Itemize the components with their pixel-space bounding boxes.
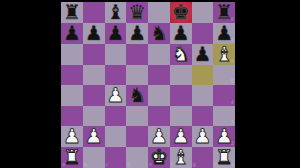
square-e2[interactable]: ♟ bbox=[148, 126, 170, 147]
rank-label-5: 5 bbox=[231, 79, 234, 84]
piece-black-pawn[interactable]: ♟ bbox=[172, 23, 190, 44]
piece-black-king[interactable]: ♚ bbox=[172, 2, 190, 23]
piece-white-pawn[interactable]: ♟ bbox=[85, 126, 103, 147]
square-d7[interactable]: ♟ bbox=[126, 23, 148, 44]
square-h4[interactable]: 4 bbox=[213, 85, 235, 106]
square-g7[interactable] bbox=[192, 23, 214, 44]
piece-white-bishop[interactable]: ♝ bbox=[172, 147, 190, 168]
square-h5[interactable]: 5 bbox=[213, 65, 235, 85]
piece-black-rook[interactable]: ♜ bbox=[215, 2, 233, 23]
square-d4[interactable]: ♞ bbox=[126, 85, 148, 106]
square-c5[interactable] bbox=[105, 65, 127, 85]
piece-black-knight[interactable]: ♞ bbox=[128, 85, 146, 106]
piece-white-king[interactable]: ♚ bbox=[150, 147, 168, 168]
square-c7[interactable]: ♟ bbox=[105, 23, 127, 44]
square-a5[interactable] bbox=[61, 65, 83, 85]
square-d3[interactable] bbox=[126, 106, 148, 126]
piece-black-pawn[interactable]: ♟ bbox=[85, 23, 103, 44]
file-label-d: d bbox=[127, 162, 130, 167]
square-e7[interactable]: ♞ bbox=[148, 23, 170, 44]
square-h8[interactable]: ♜8 bbox=[213, 2, 235, 23]
piece-white-pawn[interactable]: ♟ bbox=[63, 126, 81, 147]
piece-black-pawn[interactable]: ♟ bbox=[63, 23, 81, 44]
square-a1[interactable]: ♜a bbox=[61, 147, 83, 168]
square-d8[interactable]: ♛ bbox=[126, 2, 148, 23]
square-c8[interactable]: ♝ bbox=[105, 2, 127, 23]
square-f2[interactable]: ♟ bbox=[170, 126, 192, 147]
square-a6[interactable] bbox=[61, 44, 83, 65]
rank-label-4: 4 bbox=[231, 100, 234, 105]
square-c2[interactable] bbox=[105, 126, 127, 147]
video-letterbox-stage: ♜♝♛♚♜8♟♟♟♟♞♟♟7♞♟♝65♟♞43♟♟♟♟♟♟2♜abcd♚e♝fg… bbox=[0, 0, 300, 168]
square-a7[interactable]: ♟ bbox=[61, 23, 83, 44]
square-g1[interactable]: g bbox=[192, 147, 214, 168]
square-c6[interactable] bbox=[105, 44, 127, 65]
piece-white-rook[interactable]: ♜ bbox=[215, 147, 233, 168]
square-a4[interactable] bbox=[61, 85, 83, 106]
square-f3[interactable] bbox=[170, 106, 192, 126]
square-e8[interactable] bbox=[148, 2, 170, 23]
square-e6[interactable] bbox=[148, 44, 170, 65]
square-f5[interactable] bbox=[170, 65, 192, 85]
file-label-c: c bbox=[106, 162, 109, 167]
piece-white-pawn[interactable]: ♟ bbox=[150, 126, 168, 147]
piece-black-pawn[interactable]: ♟ bbox=[128, 23, 146, 44]
file-label-b: b bbox=[84, 162, 87, 167]
square-f8[interactable]: ♚ bbox=[170, 2, 192, 23]
file-label-g: g bbox=[193, 162, 196, 167]
square-g8[interactable] bbox=[192, 2, 214, 23]
piece-black-pawn[interactable]: ♟ bbox=[106, 23, 124, 44]
square-b8[interactable] bbox=[83, 2, 105, 23]
square-f4[interactable] bbox=[170, 85, 192, 106]
square-e4[interactable] bbox=[148, 85, 170, 106]
square-b1[interactable]: b bbox=[83, 147, 105, 168]
square-b5[interactable] bbox=[83, 65, 105, 85]
square-b2[interactable]: ♟ bbox=[83, 126, 105, 147]
square-g5[interactable] bbox=[192, 65, 214, 85]
piece-white-pawn[interactable]: ♟ bbox=[193, 126, 211, 147]
square-h7[interactable]: ♟7 bbox=[213, 23, 235, 44]
square-b3[interactable] bbox=[83, 106, 105, 126]
square-g2[interactable]: ♟ bbox=[192, 126, 214, 147]
square-b4[interactable] bbox=[83, 85, 105, 106]
square-g4[interactable] bbox=[192, 85, 214, 106]
piece-white-pawn[interactable]: ♟ bbox=[215, 126, 233, 147]
square-a8[interactable]: ♜ bbox=[61, 2, 83, 23]
square-a3[interactable] bbox=[61, 106, 83, 126]
square-d1[interactable]: d bbox=[126, 147, 148, 168]
square-d5[interactable] bbox=[126, 65, 148, 85]
square-e5[interactable] bbox=[148, 65, 170, 85]
square-d2[interactable] bbox=[126, 126, 148, 147]
square-h1[interactable]: ♜h1 bbox=[213, 147, 235, 168]
square-e1[interactable]: ♚e bbox=[148, 147, 170, 168]
piece-white-knight[interactable]: ♞ bbox=[172, 44, 190, 65]
square-b6[interactable] bbox=[83, 44, 105, 65]
square-f7[interactable]: ♟ bbox=[170, 23, 192, 44]
square-h3[interactable]: 3 bbox=[213, 106, 235, 126]
piece-white-bishop[interactable]: ♝ bbox=[215, 44, 233, 65]
square-c3[interactable] bbox=[105, 106, 127, 126]
square-h2[interactable]: ♟2 bbox=[213, 126, 235, 147]
piece-black-rook[interactable]: ♜ bbox=[63, 2, 81, 23]
piece-black-bishop[interactable]: ♝ bbox=[106, 2, 124, 23]
square-g6[interactable]: ♟ bbox=[192, 44, 214, 65]
piece-white-pawn[interactable]: ♟ bbox=[172, 126, 190, 147]
square-d6[interactable] bbox=[126, 44, 148, 65]
piece-black-pawn[interactable]: ♟ bbox=[193, 44, 211, 65]
chess-board: ♜♝♛♚♜8♟♟♟♟♞♟♟7♞♟♝65♟♞43♟♟♟♟♟♟2♜abcd♚e♝fg… bbox=[61, 2, 235, 168]
square-b7[interactable]: ♟ bbox=[83, 23, 105, 44]
piece-black-queen[interactable]: ♛ bbox=[128, 2, 146, 23]
piece-white-pawn[interactable]: ♟ bbox=[106, 85, 124, 106]
piece-black-pawn[interactable]: ♟ bbox=[215, 23, 233, 44]
square-c4[interactable]: ♟ bbox=[105, 85, 127, 106]
square-e3[interactable] bbox=[148, 106, 170, 126]
square-g3[interactable] bbox=[192, 106, 214, 126]
square-f1[interactable]: ♝f bbox=[170, 147, 192, 168]
piece-black-knight[interactable]: ♞ bbox=[150, 23, 168, 44]
square-h6[interactable]: ♝6 bbox=[213, 44, 235, 65]
square-c1[interactable]: c bbox=[105, 147, 127, 168]
square-f6[interactable]: ♞ bbox=[170, 44, 192, 65]
piece-white-rook[interactable]: ♜ bbox=[63, 147, 81, 168]
square-a2[interactable]: ♟ bbox=[61, 126, 83, 147]
